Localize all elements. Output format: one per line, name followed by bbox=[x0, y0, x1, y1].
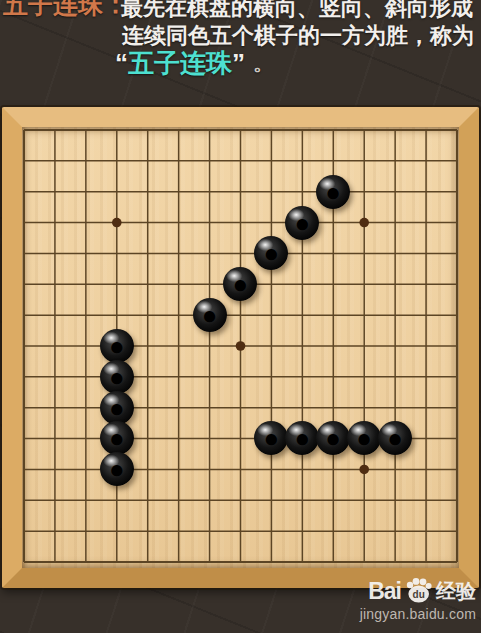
grid-lines bbox=[24, 130, 457, 562]
stone-black[interactable]: ● bbox=[100, 329, 134, 363]
stone-glyph: ● bbox=[109, 333, 125, 359]
term-highlight: 五子连珠 bbox=[128, 48, 232, 78]
stone-glyph: ● bbox=[109, 364, 125, 390]
watermark-brand: Bai du 经验 bbox=[360, 576, 476, 606]
stone-black[interactable]: ● bbox=[100, 391, 134, 425]
star-point bbox=[236, 341, 246, 351]
stone-glyph: ● bbox=[109, 395, 125, 421]
baidu-paw-icon: du bbox=[403, 576, 433, 604]
stone-glyph: ● bbox=[109, 456, 125, 482]
stone-black[interactable]: ● bbox=[100, 421, 134, 455]
board-surface[interactable]: ●●●●●●●●●●●●●●● bbox=[22, 127, 459, 568]
lesson-text: 五子连珠： 最先在棋盘的横向、竖向、斜向形成 连续同色五个棋子的一方为胜，称为 … bbox=[0, 0, 481, 107]
stone-glyph: ● bbox=[233, 271, 249, 297]
star-point bbox=[359, 465, 369, 475]
brand-suffix-text: 经验 bbox=[436, 578, 476, 605]
watermark: Bai du 经验 jingyan.baidu.com bbox=[360, 576, 476, 622]
stone-glyph: ● bbox=[263, 240, 279, 266]
stone-glyph: ● bbox=[263, 425, 279, 451]
stone-black[interactable]: ● bbox=[285, 206, 319, 240]
stone-black[interactable]: ● bbox=[100, 452, 134, 486]
watermark-url[interactable]: jingyan.baidu.com bbox=[360, 606, 476, 622]
stone-black[interactable]: ● bbox=[193, 298, 227, 332]
lesson-line-3: “五子连珠”。 bbox=[115, 46, 273, 81]
star-point bbox=[112, 218, 122, 228]
stone-black[interactable]: ● bbox=[100, 360, 134, 394]
stone-glyph: ● bbox=[109, 425, 125, 451]
stone-glyph: ● bbox=[325, 179, 341, 205]
stone-glyph: ● bbox=[387, 425, 403, 451]
close-quote: ” bbox=[232, 48, 245, 78]
brand-du-text: du bbox=[413, 589, 425, 600]
brand-bai-text: Bai bbox=[368, 578, 401, 605]
stone-glyph: ● bbox=[356, 425, 372, 451]
page: 五子连珠： 最先在棋盘的横向、竖向、斜向形成 连续同色五个棋子的一方为胜，称为 … bbox=[0, 0, 481, 633]
term-label: 五子连珠： bbox=[3, 0, 128, 21]
stone-glyph: ● bbox=[325, 425, 341, 451]
open-quote: “ bbox=[115, 48, 128, 78]
stone-glyph: ● bbox=[294, 425, 310, 451]
stone-glyph: ● bbox=[202, 302, 218, 328]
stone-glyph: ● bbox=[294, 210, 310, 236]
lesson-line-1: 最先在棋盘的横向、竖向、斜向形成 bbox=[121, 0, 473, 23]
stone-black[interactable]: ● bbox=[316, 175, 350, 209]
gomoku-board[interactable]: ●●●●●●●●●●●●●●● bbox=[2, 107, 479, 588]
period: 。 bbox=[245, 52, 273, 74]
star-point bbox=[359, 218, 369, 228]
